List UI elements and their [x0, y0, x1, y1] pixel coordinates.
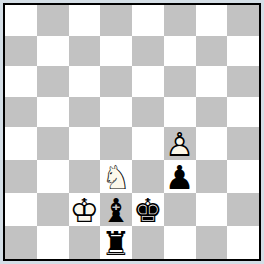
- square-g1[interactable]: [196, 226, 228, 259]
- square-a8[interactable]: [5, 5, 37, 36]
- square-d2[interactable]: ♝: [100, 193, 132, 226]
- board-frame: ♟♙♞♘♟♚♔♝♚♜: [3, 3, 261, 261]
- square-e7[interactable]: [132, 36, 164, 67]
- square-h4[interactable]: [227, 127, 259, 160]
- square-a2[interactable]: [5, 193, 37, 226]
- square-h7[interactable]: [227, 36, 259, 67]
- square-h5[interactable]: [227, 97, 259, 128]
- square-b2[interactable]: [37, 193, 69, 226]
- square-f7[interactable]: [164, 36, 196, 67]
- square-f3[interactable]: ♟: [164, 160, 196, 193]
- square-h6[interactable]: [227, 66, 259, 97]
- square-d5[interactable]: [100, 97, 132, 128]
- square-c4[interactable]: [69, 127, 101, 160]
- square-e2[interactable]: ♚: [132, 193, 164, 226]
- square-a1[interactable]: [5, 226, 37, 259]
- square-g3[interactable]: [196, 160, 228, 193]
- square-h8[interactable]: [227, 5, 259, 36]
- square-d6[interactable]: [100, 66, 132, 97]
- square-c1[interactable]: [69, 226, 101, 259]
- square-d3[interactable]: ♞♘: [100, 160, 132, 193]
- square-b4[interactable]: [37, 127, 69, 160]
- square-a4[interactable]: [5, 127, 37, 160]
- square-c5[interactable]: [69, 97, 101, 128]
- square-g2[interactable]: [196, 193, 228, 226]
- square-g7[interactable]: [196, 36, 228, 67]
- square-h2[interactable]: [227, 193, 259, 226]
- square-f5[interactable]: [164, 97, 196, 128]
- white-pawn-f4: ♟♙: [165, 128, 195, 161]
- square-g5[interactable]: [196, 97, 228, 128]
- square-a3[interactable]: [5, 160, 37, 193]
- square-c6[interactable]: [69, 66, 101, 97]
- square-e4[interactable]: [132, 127, 164, 160]
- square-b6[interactable]: [37, 66, 69, 97]
- square-f1[interactable]: [164, 226, 196, 259]
- square-g4[interactable]: [196, 127, 228, 160]
- square-e3[interactable]: [132, 160, 164, 193]
- square-d8[interactable]: [100, 5, 132, 36]
- square-h1[interactable]: [227, 226, 259, 259]
- square-b7[interactable]: [37, 36, 69, 67]
- square-e6[interactable]: [132, 66, 164, 97]
- square-d7[interactable]: [100, 36, 132, 67]
- white-king-icon: ♔: [70, 191, 100, 230]
- square-b3[interactable]: [37, 160, 69, 193]
- chess-board: ♟♙♞♘♟♚♔♝♚♜: [5, 5, 259, 259]
- square-c3[interactable]: [69, 160, 101, 193]
- square-c2[interactable]: ♚♔: [69, 193, 101, 226]
- square-f6[interactable]: [164, 66, 196, 97]
- square-e8[interactable]: [132, 5, 164, 36]
- black-rook-d1: ♜: [101, 227, 131, 260]
- square-e5[interactable]: [132, 97, 164, 128]
- square-d1[interactable]: ♜: [100, 226, 132, 259]
- square-f4[interactable]: ♟♙: [164, 127, 196, 160]
- square-g6[interactable]: [196, 66, 228, 97]
- chess-diagram: ♟♙♞♘♟♚♔♝♚♜: [0, 0, 264, 264]
- square-b5[interactable]: [37, 97, 69, 128]
- square-f2[interactable]: [164, 193, 196, 226]
- white-king-c2: ♚♔: [70, 194, 100, 227]
- square-b8[interactable]: [37, 5, 69, 36]
- square-h3[interactable]: [227, 160, 259, 193]
- square-g8[interactable]: [196, 5, 228, 36]
- square-d4[interactable]: [100, 127, 132, 160]
- square-b1[interactable]: [37, 226, 69, 259]
- square-a5[interactable]: [5, 97, 37, 128]
- white-knight-d3: ♞♘: [101, 161, 131, 194]
- square-f8[interactable]: [164, 5, 196, 36]
- black-pawn-f3: ♟: [165, 161, 195, 194]
- square-c7[interactable]: [69, 36, 101, 67]
- black-bishop-d2: ♝: [101, 194, 131, 227]
- black-king-e2: ♚: [133, 194, 163, 227]
- square-c8[interactable]: [69, 5, 101, 36]
- square-a6[interactable]: [5, 66, 37, 97]
- square-a7[interactable]: [5, 36, 37, 67]
- square-e1[interactable]: [132, 226, 164, 259]
